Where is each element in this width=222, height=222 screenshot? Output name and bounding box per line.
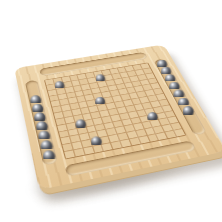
- grid-cell[interactable]: [165, 111, 175, 118]
- grid-cell[interactable]: [98, 104, 108, 111]
- grid-cell[interactable]: [174, 129, 185, 136]
- grid-cell[interactable]: [54, 112, 63, 119]
- grid-cell[interactable]: [74, 149, 84, 157]
- grid-cell[interactable]: [64, 151, 74, 159]
- grid-cell[interactable]: [48, 90, 57, 96]
- grid-cell[interactable]: [83, 147, 93, 155]
- product-photo: ·········: [0, 0, 222, 222]
- tray-marble[interactable]: [183, 106, 194, 117]
- game-board: ·········: [14, 44, 222, 190]
- tray-marble[interactable]: [43, 150, 55, 162]
- grid-cell[interactable]: [60, 99, 69, 105]
